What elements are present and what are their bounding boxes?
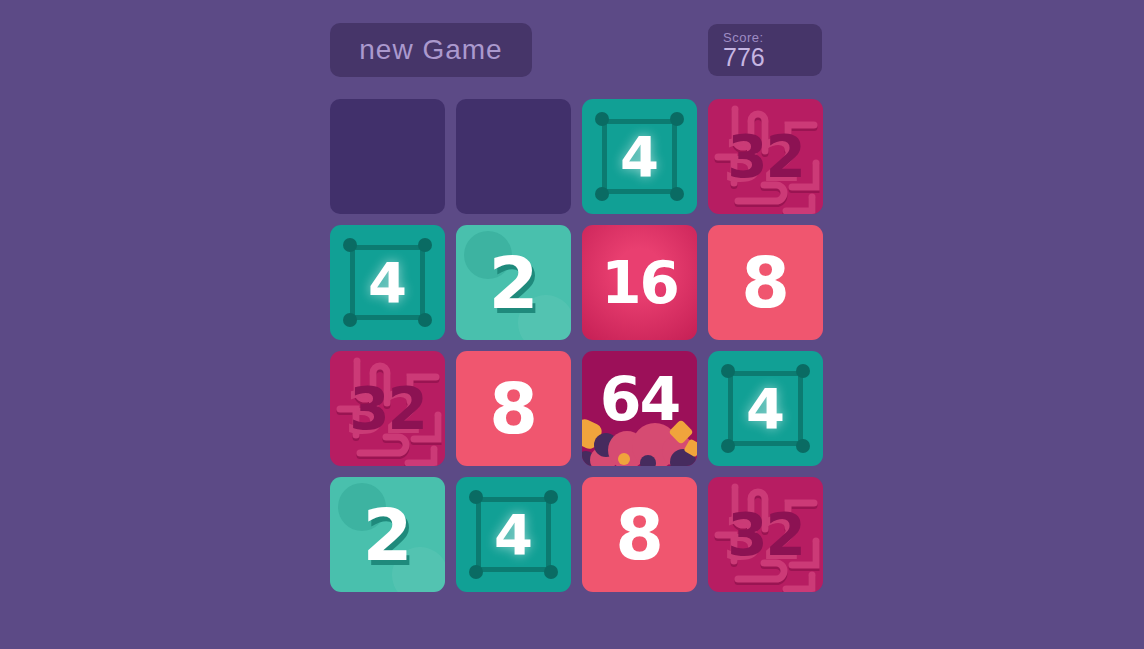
score-value: 776 (723, 45, 822, 70)
tile-16-r2c3: 16 (582, 225, 697, 340)
tile-value: 8 (708, 225, 823, 340)
tile-value: 16 (582, 225, 697, 340)
empty-cell-r1c2 (456, 99, 571, 214)
tile-value: 4 (582, 99, 697, 214)
tile-32-r4c4: 32 (708, 477, 823, 592)
board-grid[interactable]: 4324216832864424832 (330, 99, 823, 592)
confetti-decoration (640, 455, 656, 466)
tile-4-r2c1: 4 (330, 225, 445, 340)
tile-value: 8 (582, 477, 697, 592)
tile-32-r1c4: 32 (708, 99, 823, 214)
tile-32-r3c1: 32 (330, 351, 445, 466)
tile-value: 2 (330, 477, 445, 592)
tile-8-r4c3: 8 (582, 477, 697, 592)
tile-value: 4 (708, 351, 823, 466)
new-game-button[interactable]: new Game (330, 23, 532, 77)
tile-value: 64 (582, 351, 697, 456)
tile-4-r4c2: 4 (456, 477, 571, 592)
tile-8-r2c4: 8 (708, 225, 823, 340)
tile-64-r3c3: 64 (582, 351, 697, 466)
tile-value: 32 (708, 477, 823, 592)
empty-cell-r1c1 (330, 99, 445, 214)
tile-value: 4 (330, 225, 445, 340)
tile-2-r2c2: 2 (456, 225, 571, 340)
tile-value: 32 (708, 99, 823, 214)
tile-value: 32 (330, 351, 445, 466)
tile-2-r4c1: 2 (330, 477, 445, 592)
score-panel: Score: 776 (708, 24, 822, 76)
tile-8-r3c2: 8 (456, 351, 571, 466)
tile-4-r3c4: 4 (708, 351, 823, 466)
tile-value: 2 (456, 225, 571, 340)
tile-value: 4 (456, 477, 571, 592)
tile-4-r1c3: 4 (582, 99, 697, 214)
tile-value: 8 (456, 351, 571, 466)
game-screen: new Game Score: 776 4324216832864424832 (0, 0, 1144, 649)
